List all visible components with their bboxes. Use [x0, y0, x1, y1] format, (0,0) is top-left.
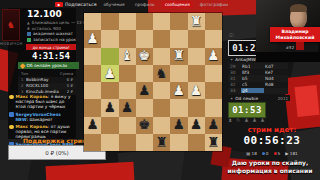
square[interactable]: ♟	[136, 82, 153, 99]
square[interactable]: ♚	[136, 117, 153, 134]
captured-pieces: ♗ ♘ ♙ ♙ ♙	[228, 117, 286, 123]
streamer-hair	[290, 4, 307, 12]
square[interactable]	[136, 99, 153, 116]
move-row: 29 Rb1 Kd7	[228, 63, 288, 69]
player-clock-active: 01:53	[228, 102, 266, 118]
square[interactable]: ♟	[101, 65, 118, 82]
square[interactable]: ♜	[205, 134, 222, 151]
viewers-stat: ▤ 18	[246, 151, 257, 156]
donors-table: Топ Сумма 1 BobbinRay 6 ₽ 2 ROCKL100 5 ₽…	[18, 71, 76, 95]
square[interactable]	[188, 65, 205, 82]
square[interactable]	[205, 13, 222, 30]
top-nav: ▶ Подписаться обучение профиль сообщения…	[55, 1, 231, 8]
square[interactable]: ♟	[188, 117, 205, 134]
black-pawn: ♟	[121, 101, 133, 115]
white-king: ♚	[138, 49, 150, 63]
square[interactable]: ♟	[170, 117, 187, 134]
square[interactable]	[170, 65, 187, 82]
black-pawn: ♟	[207, 118, 219, 132]
square[interactable]: ♚	[136, 48, 153, 65]
square[interactable]	[119, 30, 136, 47]
info-icon[interactable]: ⓘ	[229, 33, 234, 38]
square[interactable]: ♜	[153, 134, 170, 151]
black-pawn: ♟	[173, 118, 185, 132]
square[interactable]	[84, 13, 101, 30]
live-timer: 00:56:23	[232, 134, 312, 147]
move-row: 30 Bf3 Ke7	[228, 69, 288, 75]
likes-stat: 0	[262, 151, 269, 156]
chess-board: ♜♟♝♚♜♟♟♞♟♟♟♟♟♟♚♟♟♟♜♜	[84, 13, 222, 151]
white-pawn: ♟	[87, 32, 99, 46]
square[interactable]	[84, 48, 101, 65]
logo-caption: НОВИЧОК	[0, 41, 20, 46]
square[interactable]	[119, 134, 136, 151]
chat-message: Макс Король: я вижу у мастера был шанс д…	[9, 94, 75, 109]
square[interactable]: ♟	[170, 82, 187, 99]
white-pawn: ♟	[207, 49, 219, 63]
player-rating: 2011	[278, 96, 288, 101]
lesson-icon	[27, 38, 31, 42]
square[interactable]: ♟	[205, 48, 222, 65]
avatar-smiley-icon	[9, 125, 14, 130]
square[interactable]	[119, 13, 136, 30]
square[interactable]	[101, 30, 118, 47]
nav-tab-2[interactable]: профиль	[132, 1, 158, 8]
move-row: 31 b5 Nd4	[228, 75, 288, 81]
nav-tab-3[interactable]: сообщения	[162, 1, 193, 8]
bg-red-cube	[294, 85, 319, 117]
square[interactable]	[205, 65, 222, 82]
square[interactable]	[188, 30, 205, 47]
square[interactable]	[84, 99, 101, 116]
square[interactable]	[101, 134, 118, 151]
black-pawn: ♟	[190, 118, 202, 132]
square[interactable]	[170, 30, 187, 47]
square[interactable]	[188, 134, 205, 151]
square[interactable]	[170, 134, 187, 151]
black-king: ♚	[138, 118, 150, 132]
square[interactable]: ♟	[84, 117, 101, 134]
sub-remaining-line: ▲ осталось 900	[27, 26, 61, 31]
square[interactable]	[136, 30, 153, 47]
chat-message: SergeyVoronChess NEW: Шикарно!	[9, 112, 75, 122]
diamond-icon	[20, 63, 25, 68]
square[interactable]	[170, 13, 187, 30]
opponent-name: AnswJMW	[235, 57, 256, 62]
square[interactable]	[119, 82, 136, 99]
subscribe-button[interactable]: ▶ Подписаться	[55, 2, 96, 8]
square[interactable]: ♟	[84, 30, 101, 47]
live-label: стрим идет:	[238, 126, 306, 134]
academy-icon	[27, 32, 31, 36]
square[interactable]	[205, 30, 222, 47]
blue-dot-icon	[262, 152, 265, 155]
square[interactable]	[153, 99, 170, 116]
nav-tab-4[interactable]: фотографии	[197, 1, 231, 8]
countdown-label: до конца стрима!	[26, 44, 76, 50]
square[interactable]	[101, 48, 118, 65]
black-rook: ♜	[207, 136, 219, 150]
square[interactable]	[101, 117, 118, 134]
square[interactable]	[188, 48, 205, 65]
channel-link-2[interactable]: записаться на урок	[27, 37, 76, 42]
square[interactable]	[119, 117, 136, 134]
square[interactable]	[101, 82, 118, 99]
square[interactable]	[205, 82, 222, 99]
streamer-name-banner: Владимир Михайловский	[270, 27, 320, 42]
avatar-smiley-icon	[9, 95, 14, 100]
move-row: 32 c5 Rd8	[228, 82, 288, 88]
sub-goal-line: ▲ ближайшая цель — 13 000	[27, 20, 91, 25]
square[interactable]	[153, 48, 170, 65]
white-pawn: ♟	[104, 67, 116, 81]
square[interactable]: ♟	[101, 99, 118, 116]
square[interactable]	[119, 65, 136, 82]
viewers-icon: ▤	[246, 151, 250, 156]
white-bishop: ♝	[121, 49, 133, 63]
move-list[interactable]: 29 Rb1 Kd7 30 Bf3 Ke7 31 b5 Nd4 32 c5 Rd…	[228, 63, 288, 94]
countdown-timer: 4:31:54	[26, 51, 76, 61]
square[interactable]	[153, 30, 170, 47]
square[interactable]: ♟	[119, 99, 136, 116]
square[interactable]	[136, 134, 153, 151]
square[interactable]	[101, 13, 118, 30]
current-move[interactable]: g4	[241, 88, 264, 93]
dislikes-stat: 5	[274, 151, 281, 156]
square[interactable]: ♟	[205, 117, 222, 134]
white-rook: ♜	[190, 15, 202, 29]
stream-number: #52	[282, 45, 298, 50]
square[interactable]: ♞	[153, 65, 170, 82]
square[interactable]: ♝	[119, 48, 136, 65]
plays-stat: ▶ 181	[285, 151, 298, 156]
square[interactable]	[153, 117, 170, 134]
square[interactable]	[153, 13, 170, 30]
channel-logo: ♞	[2, 9, 20, 41]
black-knight: ♞	[156, 67, 168, 81]
square[interactable]	[84, 134, 101, 151]
desk-shadow	[256, 52, 320, 62]
move-row-current: 33 g4	[228, 88, 288, 94]
player-name: Od newbie	[235, 96, 258, 101]
title-star-icon: ✦	[230, 57, 233, 62]
square[interactable]	[188, 99, 205, 116]
square[interactable]	[153, 82, 170, 99]
black-rook: ♜	[156, 136, 168, 150]
youtube-play-icon: ▶	[55, 2, 63, 8]
player-row[interactable]: ✦ Od newbie 2011	[228, 95, 290, 101]
black-pawn: ♟	[104, 101, 116, 115]
channel-link-1[interactable]: академия шахмат	[27, 31, 73, 36]
title-star-icon: ✦	[230, 96, 233, 101]
crest-icon: ♞	[7, 20, 15, 30]
nav-tab-1[interactable]: обучение	[100, 1, 127, 8]
white-pawn: ♟	[190, 84, 202, 98]
stream-description: Даю уроки по скайпу, информация в описан…	[224, 159, 316, 174]
red-dot-icon	[274, 152, 277, 155]
triangle-icon: ▲	[27, 21, 30, 25]
white-pawn: ♟	[173, 84, 185, 98]
info-bar[interactable]: Об онлайн уроках	[18, 62, 79, 69]
square[interactable]	[170, 99, 187, 116]
donor-row: 2 ROCKL100 5 ₽	[18, 83, 76, 89]
white-rook: ♜	[173, 49, 185, 63]
stream-stats: ▤ 18 0 5 ▶ 181	[232, 151, 312, 156]
subscribe-label: Подписаться	[65, 2, 96, 7]
play-icon: ▶	[285, 151, 288, 156]
triangle-icon: ▲	[27, 26, 30, 30]
donor-row: 1 BobbinRay 6 ₽	[18, 77, 76, 83]
square[interactable]	[84, 65, 101, 82]
square[interactable]	[136, 65, 153, 82]
square[interactable]	[205, 99, 222, 116]
subscriber-count: 12.100	[27, 9, 62, 19]
square[interactable]	[84, 82, 101, 99]
square[interactable]: ♜	[170, 48, 187, 65]
square[interactable]: ♜	[188, 13, 205, 30]
black-pawn: ♟	[138, 84, 150, 98]
square[interactable]	[136, 13, 153, 30]
square[interactable]: ♟	[188, 82, 205, 99]
black-pawn: ♟	[87, 118, 99, 132]
avatar-icon	[9, 112, 14, 117]
